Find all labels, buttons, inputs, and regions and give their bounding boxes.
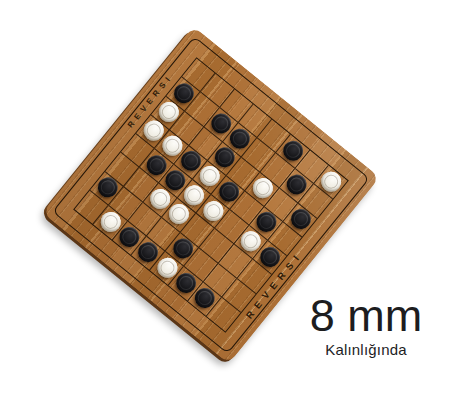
thickness-label: Kalınlığında xyxy=(288,341,444,358)
caption: 8 mm Kalınlığında xyxy=(288,292,444,358)
thickness-value: 8 mm xyxy=(288,292,444,339)
product-photo: REVERSI REVERSI 8 mm Kalınlığında xyxy=(0,0,452,406)
